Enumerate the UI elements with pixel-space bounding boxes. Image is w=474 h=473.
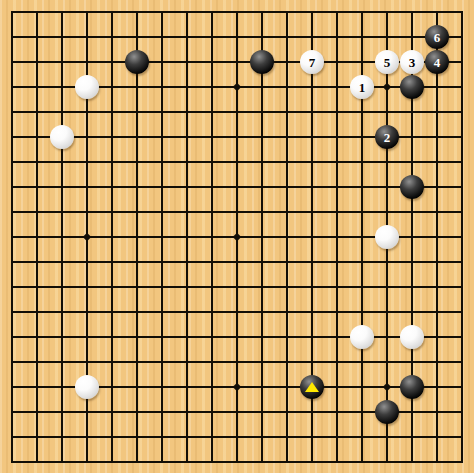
stone-black-move-6[interactable]: 6 [425,25,449,49]
move-number: 5 [384,56,391,69]
stone-white-move-7[interactable]: 7 [300,50,324,74]
stone-black[interactable] [375,400,399,424]
stone-white[interactable] [75,375,99,399]
stone-black[interactable] [400,175,424,199]
go-board[interactable]: 7534612 [0,0,474,473]
stone-black-move-4[interactable]: 4 [425,50,449,74]
stone-black[interactable] [400,75,424,99]
stone-white-move-1[interactable]: 1 [350,75,374,99]
stone-white[interactable] [75,75,99,99]
stone-white[interactable] [350,325,374,349]
stone-white[interactable] [50,125,74,149]
stone-black-move-2[interactable]: 2 [375,125,399,149]
move-number: 1 [359,81,366,94]
stone-white-move-5[interactable]: 5 [375,50,399,74]
stone-black[interactable] [250,50,274,74]
move-number: 6 [434,31,441,44]
stone-white-move-3[interactable]: 3 [400,50,424,74]
move-number: 4 [434,56,441,69]
stone-white[interactable] [375,225,399,249]
move-number: 3 [409,56,416,69]
triangle-marker-icon [305,382,319,392]
stone-black[interactable] [125,50,149,74]
move-number: 7 [309,56,316,69]
move-number: 2 [384,131,391,144]
stone-white[interactable] [400,325,424,349]
stone-black[interactable] [300,375,324,399]
stone-black[interactable] [400,375,424,399]
